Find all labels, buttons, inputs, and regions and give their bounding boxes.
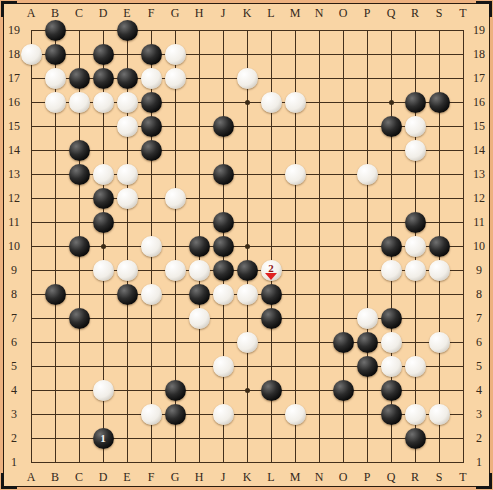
move-number-2: 2 [268, 263, 274, 274]
stone-black-C17 [69, 68, 90, 89]
intersection-R2[interactable] [403, 426, 427, 450]
stone-black-E8 [117, 284, 138, 305]
frame-corner-icon [476, 1, 492, 17]
intersection-F10[interactable] [139, 234, 163, 258]
stone-white-K17 [237, 68, 258, 89]
intersection-J15[interactable] [211, 114, 235, 138]
stone-black-P5 [357, 356, 378, 377]
stone-white-M3 [285, 404, 306, 425]
intersection-S6[interactable] [427, 330, 451, 354]
intersection-D16[interactable] [91, 90, 115, 114]
stone-white-A18 [21, 44, 42, 65]
intersection-R11[interactable] [403, 210, 427, 234]
intersection-C17[interactable] [67, 66, 91, 90]
intersection-F14[interactable] [139, 138, 163, 162]
intersection-S10[interactable] [427, 234, 451, 258]
star-point-K10 [235, 234, 259, 258]
intersection-F15[interactable] [139, 114, 163, 138]
stone-black-O4 [333, 380, 354, 401]
intersection-F8[interactable] [139, 282, 163, 306]
intersection-C10[interactable] [67, 234, 91, 258]
stone-black-R11 [405, 212, 426, 233]
intersection-E12[interactable] [115, 186, 139, 210]
intersection-D4[interactable] [91, 378, 115, 402]
intersection-E16[interactable] [115, 90, 139, 114]
stone-black-D17 [93, 68, 114, 89]
stone-black-Q4 [381, 380, 402, 401]
stone-black-K9 [237, 260, 258, 281]
stone-black-R16 [405, 92, 426, 113]
intersection-G18[interactable] [163, 42, 187, 66]
intersection-J10[interactable] [211, 234, 235, 258]
stone-white-Q5 [381, 356, 402, 377]
stone-black-E19 [117, 20, 138, 41]
stone-black-C14 [69, 140, 90, 161]
star-point-D10 [91, 234, 115, 258]
intersection-H9[interactable] [187, 258, 211, 282]
stone-white-B16 [45, 92, 66, 113]
go-app-window: ABCDEFGHJKLMNOPQRST ABCDEFGHJKLMNOPQRST … [0, 0, 493, 490]
intersection-F16[interactable] [139, 90, 163, 114]
stone-black-F16 [141, 92, 162, 113]
stone-black-D12 [93, 188, 114, 209]
stone-black-L7 [261, 308, 282, 329]
last-move-triangle-icon [265, 273, 277, 280]
stone-white-R5 [405, 356, 426, 377]
stone-white-Q9 [381, 260, 402, 281]
stone-white-J5 [213, 356, 234, 377]
stone-black-C13 [69, 164, 90, 185]
intersection-F17[interactable] [139, 66, 163, 90]
intersection-J11[interactable] [211, 210, 235, 234]
intersection-M16[interactable] [283, 90, 307, 114]
goban[interactable]: 21 [19, 18, 475, 474]
stone-white-G17 [165, 68, 186, 89]
stone-white-L9: 2 [261, 260, 282, 281]
stone-black-Q7 [381, 308, 402, 329]
stone-black-D2: 1 [93, 428, 114, 449]
intersection-J13[interactable] [211, 162, 235, 186]
stone-white-D9 [93, 260, 114, 281]
stone-white-R15 [405, 116, 426, 137]
intersection-S3[interactable] [427, 402, 451, 426]
stone-white-L16 [261, 92, 282, 113]
intersection-G4[interactable] [163, 378, 187, 402]
stone-white-E9 [117, 260, 138, 281]
stone-white-F3 [141, 404, 162, 425]
stone-white-G9 [165, 260, 186, 281]
stone-white-E15 [117, 116, 138, 137]
intersection-M13[interactable] [283, 162, 307, 186]
star-point-Q16 [379, 90, 403, 114]
stone-black-F15 [141, 116, 162, 137]
intersection-S9[interactable] [427, 258, 451, 282]
intersection-G12[interactable] [163, 186, 187, 210]
stone-white-H7 [189, 308, 210, 329]
intersection-Q10[interactable] [379, 234, 403, 258]
intersection-K17[interactable] [235, 66, 259, 90]
stone-black-J13 [213, 164, 234, 185]
stone-black-C10 [69, 236, 90, 257]
intersection-D13[interactable] [91, 162, 115, 186]
intersection-B8[interactable] [43, 282, 67, 306]
stone-black-S16 [429, 92, 450, 113]
stone-black-B8 [45, 284, 66, 305]
stone-white-B17 [45, 68, 66, 89]
stone-white-D4 [93, 380, 114, 401]
intersection-E15[interactable] [115, 114, 139, 138]
stone-white-P7 [357, 308, 378, 329]
stone-black-E17 [117, 68, 138, 89]
intersection-H10[interactable] [187, 234, 211, 258]
intersection-Q5[interactable] [379, 354, 403, 378]
intersection-J3[interactable] [211, 402, 235, 426]
stone-black-J11 [213, 212, 234, 233]
stone-white-R9 [405, 260, 426, 281]
stone-white-R10 [405, 236, 426, 257]
intersection-G9[interactable] [163, 258, 187, 282]
stone-white-C16 [69, 92, 90, 113]
intersection-B17[interactable] [43, 66, 67, 90]
intersection-A18[interactable] [19, 42, 43, 66]
intersection-D12[interactable] [91, 186, 115, 210]
stone-white-J8 [213, 284, 234, 305]
stone-black-Q10 [381, 236, 402, 257]
intersection-P5[interactable] [355, 354, 379, 378]
stone-black-B18 [45, 44, 66, 65]
intersection-Q15[interactable] [379, 114, 403, 138]
frame-corner-icon [1, 1, 17, 17]
stone-white-S6 [429, 332, 450, 353]
intersection-R10[interactable] [403, 234, 427, 258]
stone-black-B19 [45, 20, 66, 41]
hoshi-dot [389, 100, 394, 105]
intersection-L8[interactable] [259, 282, 283, 306]
intersection-L9[interactable]: 2 [259, 258, 283, 282]
intersection-C13[interactable] [67, 162, 91, 186]
stone-black-Q15 [381, 116, 402, 137]
stone-black-H10 [189, 236, 210, 257]
intersection-R9[interactable] [403, 258, 427, 282]
intersection-Q3[interactable] [379, 402, 403, 426]
intersection-D17[interactable] [91, 66, 115, 90]
intersection-H7[interactable] [187, 306, 211, 330]
intersection-O6[interactable] [331, 330, 355, 354]
stone-black-P6 [357, 332, 378, 353]
intersection-J8[interactable] [211, 282, 235, 306]
stone-white-R3 [405, 404, 426, 425]
stone-black-R2 [405, 428, 426, 449]
stone-white-F10 [141, 236, 162, 257]
hoshi-dot [245, 100, 250, 105]
intersection-R5[interactable] [403, 354, 427, 378]
stone-black-J9 [213, 260, 234, 281]
stone-white-D13 [93, 164, 114, 185]
stone-black-J10 [213, 236, 234, 257]
intersection-K6[interactable] [235, 330, 259, 354]
intersection-F3[interactable] [139, 402, 163, 426]
intersection-K9[interactable] [235, 258, 259, 282]
intersection-R15[interactable] [403, 114, 427, 138]
frame-corner-icon [1, 473, 17, 489]
stone-black-F18 [141, 44, 162, 65]
intersection-J5[interactable] [211, 354, 235, 378]
intersection-D11[interactable] [91, 210, 115, 234]
stone-black-J15 [213, 116, 234, 137]
stone-black-C7 [69, 308, 90, 329]
stone-white-K8 [237, 284, 258, 305]
stone-white-E12 [117, 188, 138, 209]
stone-white-P13 [357, 164, 378, 185]
intersection-Q6[interactable] [379, 330, 403, 354]
intersection-E8[interactable] [115, 282, 139, 306]
stone-black-G3 [165, 404, 186, 425]
intersection-C16[interactable] [67, 90, 91, 114]
hoshi-dot [245, 388, 250, 393]
hoshi-dot [245, 244, 250, 249]
stone-black-H8 [189, 284, 210, 305]
stone-black-L4 [261, 380, 282, 401]
intersection-H8[interactable] [187, 282, 211, 306]
intersection-E17[interactable] [115, 66, 139, 90]
intersection-L16[interactable] [259, 90, 283, 114]
stone-white-H9 [189, 260, 210, 281]
stone-white-S3 [429, 404, 450, 425]
intersection-L4[interactable] [259, 378, 283, 402]
intersection-R16[interactable] [403, 90, 427, 114]
stone-white-F8 [141, 284, 162, 305]
stone-black-D11 [93, 212, 114, 233]
intersection-D18[interactable] [91, 42, 115, 66]
intersection-O4[interactable] [331, 378, 355, 402]
intersection-S16[interactable] [427, 90, 451, 114]
intersection-L7[interactable] [259, 306, 283, 330]
stone-white-G18 [165, 44, 186, 65]
intersection-Q9[interactable] [379, 258, 403, 282]
intersection-D2[interactable]: 1 [91, 426, 115, 450]
intersection-R14[interactable] [403, 138, 427, 162]
stone-black-D18 [93, 44, 114, 65]
intersection-E19[interactable] [115, 18, 139, 42]
intersection-Q7[interactable] [379, 306, 403, 330]
intersection-K8[interactable] [235, 282, 259, 306]
stone-white-E13 [117, 164, 138, 185]
stone-white-M13 [285, 164, 306, 185]
intersection-G17[interactable] [163, 66, 187, 90]
intersection-M3[interactable] [283, 402, 307, 426]
intersection-R3[interactable] [403, 402, 427, 426]
stone-white-K6 [237, 332, 258, 353]
intersection-D9[interactable] [91, 258, 115, 282]
stone-white-G12 [165, 188, 186, 209]
stone-white-R14 [405, 140, 426, 161]
intersection-P7[interactable] [355, 306, 379, 330]
intersection-J9[interactable] [211, 258, 235, 282]
stone-black-L8 [261, 284, 282, 305]
stone-white-J3 [213, 404, 234, 425]
star-point-K16 [235, 90, 259, 114]
stone-black-Q3 [381, 404, 402, 425]
hoshi-dot [101, 244, 106, 249]
intersection-E13[interactable] [115, 162, 139, 186]
frame-corner-icon [476, 473, 492, 489]
intersection-B16[interactable] [43, 90, 67, 114]
intersection-B19[interactable] [43, 18, 67, 42]
intersection-Q4[interactable] [379, 378, 403, 402]
stone-white-S9 [429, 260, 450, 281]
stone-black-S10 [429, 236, 450, 257]
stone-white-M16 [285, 92, 306, 113]
stone-black-F14 [141, 140, 162, 161]
intersection-P13[interactable] [355, 162, 379, 186]
stone-white-D16 [93, 92, 114, 113]
move-number-1: 1 [100, 433, 106, 444]
intersection-C7[interactable] [67, 306, 91, 330]
stone-white-F17 [141, 68, 162, 89]
intersection-F18[interactable] [139, 42, 163, 66]
stone-white-Q6 [381, 332, 402, 353]
star-point-K4 [235, 378, 259, 402]
intersection-G3[interactable] [163, 402, 187, 426]
stone-white-E16 [117, 92, 138, 113]
intersection-B18[interactable] [43, 42, 67, 66]
intersection-C14[interactable] [67, 138, 91, 162]
stone-black-G4 [165, 380, 186, 401]
intersection-P6[interactable] [355, 330, 379, 354]
intersection-E9[interactable] [115, 258, 139, 282]
stone-black-O6 [333, 332, 354, 353]
